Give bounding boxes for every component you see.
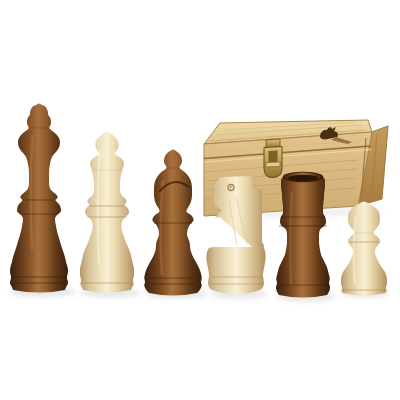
king-silhouette — [10, 104, 68, 293]
clasp-slot — [269, 151, 278, 163]
piece-rook-dark: dark wooden rook — [276, 172, 330, 297]
piece-bishop-dark: dark wooden bishop — [144, 150, 202, 296]
brass-clasp — [264, 139, 282, 178]
piece-king-dark: dark wooden king — [10, 104, 68, 293]
photo-canvas: wooden storage box with brass clasp — [0, 0, 400, 400]
rook-cup-hollow — [288, 175, 318, 182]
product-photo-chess-set: wooden storage box with brass clasp — [0, 0, 400, 400]
knight-eye-center — [230, 186, 232, 188]
piece-queen-light: light wooden queen — [80, 132, 134, 293]
queen-silhouette — [80, 132, 134, 293]
rook-silhouette — [276, 177, 330, 298]
clasp-crossbar — [266, 162, 280, 167]
knight-silhouette — [206, 176, 265, 294]
piece-knight-light: light wooden knight — [206, 176, 265, 294]
